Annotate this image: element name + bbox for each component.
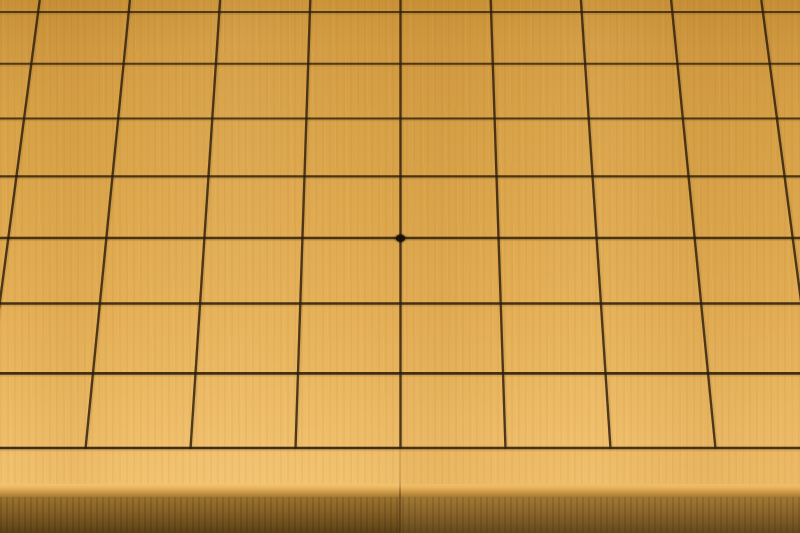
star-point-hoshi bbox=[396, 234, 405, 242]
grid-line-vertical-2 bbox=[86, 0, 130, 449]
grid-line-vertical-6 bbox=[491, 0, 506, 449]
grid-line-vertical-4 bbox=[296, 0, 311, 449]
grid-line-shadow bbox=[762, 0, 800, 449]
wood-tone-right-half bbox=[400, 445, 800, 497]
goban-photo bbox=[0, 0, 800, 533]
plank-seam bbox=[399, 448, 401, 533]
grid-line-shadow bbox=[0, 0, 41, 449]
grid-line-vertical-9 bbox=[761, 0, 800, 449]
grid-line-vertical-7 bbox=[581, 0, 611, 449]
side-face-right-plank bbox=[400, 497, 800, 533]
grid-line-vertical-3 bbox=[191, 0, 221, 449]
grid-line-vertical-8 bbox=[671, 0, 715, 449]
grid-line-vertical-1 bbox=[0, 0, 40, 449]
